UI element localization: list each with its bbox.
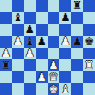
square-a7[interactable] [0,12,12,24]
square-f3[interactable] [59,59,71,71]
square-a6[interactable] [0,24,12,36]
square-h5[interactable]: ♚ [83,36,95,48]
square-b4[interactable] [12,48,24,60]
square-h2[interactable] [83,71,95,83]
square-h8[interactable] [83,0,95,12]
piece-black-pawn[interactable]: ♟ [25,24,35,35]
square-a2[interactable] [0,71,12,83]
square-a3[interactable]: ♜ [0,59,12,71]
piece-white-bishop[interactable]: ♝ [60,83,70,94]
piece-white-rook[interactable]: ♜ [84,59,94,70]
square-a5[interactable] [0,36,12,48]
square-d2[interactable]: ♟ [36,71,48,83]
square-d6[interactable] [36,24,48,36]
square-f8[interactable] [59,0,71,12]
square-d8[interactable] [36,0,48,12]
square-d5[interactable]: ♟ [36,36,48,48]
square-c2[interactable] [24,71,36,83]
square-g8[interactable]: ♜ [71,0,83,12]
square-f5[interactable]: ♟ [59,36,71,48]
piece-white-pawn[interactable]: ♟ [25,48,35,59]
square-g5[interactable]: ♟ [71,36,83,48]
piece-black-rook[interactable]: ♜ [72,0,82,11]
square-d4[interactable] [36,48,48,60]
piece-black-bishop[interactable]: ♝ [13,12,23,23]
square-e3[interactable]: ♟ [48,59,60,71]
square-b2[interactable] [12,71,24,83]
piece-black-pawn[interactable]: ♟ [60,12,70,23]
square-b3[interactable] [12,59,24,71]
square-g1[interactable] [71,83,83,95]
square-b5[interactable]: ♟ [12,36,24,48]
square-f6[interactable] [59,24,71,36]
piece-white-queen[interactable]: ♛ [49,71,59,82]
square-f1[interactable]: ♝ [59,83,71,95]
square-h7[interactable] [83,12,95,24]
square-h4[interactable] [83,48,95,60]
piece-black-pawn[interactable]: ♟ [72,36,82,47]
square-e7[interactable] [48,12,60,24]
square-a8[interactable] [0,0,12,12]
square-c4[interactable]: ♟ [24,48,36,60]
square-e1[interactable]: ♚ [48,83,60,95]
square-e5[interactable] [48,36,60,48]
piece-black-bishop[interactable]: ♝ [25,36,35,47]
square-h3[interactable]: ♜ [83,59,95,71]
square-f4[interactable] [59,48,71,60]
square-c8[interactable] [24,0,36,12]
piece-white-pawn[interactable]: ♟ [13,36,23,47]
square-f2[interactable] [59,71,71,83]
piece-white-king[interactable]: ♚ [49,83,59,94]
square-g6[interactable] [71,24,83,36]
square-c1[interactable] [24,83,36,95]
square-b6[interactable] [12,24,24,36]
square-f7[interactable]: ♟ [59,12,71,24]
square-g7[interactable] [71,12,83,24]
square-d7[interactable] [36,12,48,24]
piece-black-rook[interactable]: ♜ [1,59,11,70]
square-d1[interactable] [36,83,48,95]
square-b8[interactable] [12,0,24,12]
square-a4[interactable]: ♟ [0,48,12,60]
square-h1[interactable] [83,83,95,95]
square-c6[interactable]: ♟ [24,24,36,36]
chess-board: ♜♝♟♟♟♝♟♟♟♚♟♟♜♟♜♟♛♚♝ [0,0,95,95]
piece-black-pawn[interactable]: ♟ [37,36,47,47]
square-g4[interactable] [71,48,83,60]
square-c5[interactable]: ♝ [24,36,36,48]
square-g2[interactable] [71,71,83,83]
square-e8[interactable] [48,0,60,12]
piece-black-king[interactable]: ♚ [84,36,94,47]
square-e6[interactable] [48,24,60,36]
square-e2[interactable]: ♛ [48,71,60,83]
square-b7[interactable]: ♝ [12,12,24,24]
square-b1[interactable] [12,83,24,95]
square-e4[interactable] [48,48,60,60]
piece-white-pawn[interactable]: ♟ [37,71,47,82]
square-a1[interactable] [0,83,12,95]
square-h6[interactable] [83,24,95,36]
piece-white-pawn[interactable]: ♟ [60,36,70,47]
piece-white-pawn[interactable]: ♟ [49,59,59,70]
piece-white-pawn[interactable]: ♟ [1,48,11,59]
square-g3[interactable] [71,59,83,71]
square-c7[interactable] [24,12,36,24]
square-d3[interactable] [36,59,48,71]
square-c3[interactable] [24,59,36,71]
